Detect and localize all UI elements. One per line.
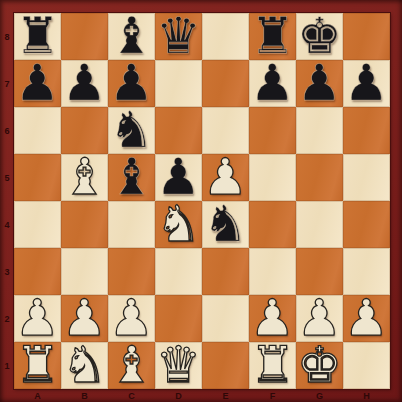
rank-label-4: 4 <box>0 201 14 248</box>
square-c1[interactable]: ♝ <box>108 342 155 389</box>
chess-board: 87654321 ABCDEFGH ♜♝♛♜♚♟♟♟♟♟♟♞♝♝♟♟♞♞♟♟♟♟… <box>0 0 402 402</box>
square-e8[interactable] <box>202 13 249 60</box>
piece-white-pawn-h2: ♟ <box>344 293 389 343</box>
square-d4[interactable]: ♞ <box>155 201 202 248</box>
file-label-h: H <box>343 389 390 402</box>
rank-label-7: 7 <box>0 60 14 107</box>
square-c5[interactable]: ♝ <box>108 154 155 201</box>
square-h7[interactable]: ♟ <box>343 60 390 107</box>
square-g7[interactable]: ♟ <box>296 60 343 107</box>
piece-white-bishop-c1: ♝ <box>109 340 154 390</box>
piece-white-king-g1: ♚ <box>297 340 342 390</box>
square-a7[interactable]: ♟ <box>14 60 61 107</box>
board-grid: ♜♝♛♜♚♟♟♟♟♟♟♞♝♝♟♟♞♞♟♟♟♟♟♟♜♞♝♛♜♚ <box>14 13 390 389</box>
square-d1[interactable]: ♛ <box>155 342 202 389</box>
square-d8[interactable]: ♛ <box>155 13 202 60</box>
square-h4[interactable] <box>343 201 390 248</box>
piece-black-pawn-f7: ♟ <box>250 58 295 108</box>
rank-label-8: 8 <box>0 13 14 60</box>
square-f7[interactable]: ♟ <box>249 60 296 107</box>
square-e7[interactable] <box>202 60 249 107</box>
piece-white-knight-d4: ♞ <box>156 199 201 249</box>
rank-label-6: 6 <box>0 107 14 154</box>
square-d7[interactable] <box>155 60 202 107</box>
square-g4[interactable] <box>296 201 343 248</box>
square-g5[interactable] <box>296 154 343 201</box>
square-a4[interactable] <box>14 201 61 248</box>
square-e4[interactable]: ♞ <box>202 201 249 248</box>
file-label-e: E <box>202 389 249 402</box>
piece-black-queen-d8: ♛ <box>156 11 201 61</box>
square-c4[interactable] <box>108 201 155 248</box>
square-f5[interactable] <box>249 154 296 201</box>
square-e1[interactable] <box>202 342 249 389</box>
square-d3[interactable] <box>155 248 202 295</box>
square-f6[interactable] <box>249 107 296 154</box>
square-e2[interactable] <box>202 295 249 342</box>
square-a6[interactable] <box>14 107 61 154</box>
square-b4[interactable] <box>61 201 108 248</box>
square-h6[interactable] <box>343 107 390 154</box>
piece-black-pawn-h7: ♟ <box>344 58 389 108</box>
square-h5[interactable] <box>343 154 390 201</box>
square-e3[interactable] <box>202 248 249 295</box>
piece-white-rook-a1: ♜ <box>15 340 60 390</box>
square-f4[interactable] <box>249 201 296 248</box>
piece-white-bishop-b5: ♝ <box>62 152 107 202</box>
square-h1[interactable] <box>343 342 390 389</box>
piece-white-queen-d1: ♛ <box>156 340 201 390</box>
square-h2[interactable]: ♟ <box>343 295 390 342</box>
square-f1[interactable]: ♜ <box>249 342 296 389</box>
piece-white-knight-b1: ♞ <box>62 340 107 390</box>
square-a5[interactable] <box>14 154 61 201</box>
square-b7[interactable]: ♟ <box>61 60 108 107</box>
piece-black-knight-e4: ♞ <box>203 199 248 249</box>
rank-labels: 87654321 <box>0 13 14 389</box>
square-g1[interactable]: ♚ <box>296 342 343 389</box>
square-a1[interactable]: ♜ <box>14 342 61 389</box>
piece-black-pawn-g7: ♟ <box>297 58 342 108</box>
square-b1[interactable]: ♞ <box>61 342 108 389</box>
rank-label-2: 2 <box>0 295 14 342</box>
piece-black-bishop-c5: ♝ <box>109 152 154 202</box>
piece-white-rook-f1: ♜ <box>250 340 295 390</box>
piece-black-pawn-b7: ♟ <box>62 58 107 108</box>
square-b5[interactable]: ♝ <box>61 154 108 201</box>
rank-label-1: 1 <box>0 342 14 389</box>
piece-black-pawn-a7: ♟ <box>15 58 60 108</box>
square-g6[interactable] <box>296 107 343 154</box>
rank-label-3: 3 <box>0 248 14 295</box>
rank-label-5: 5 <box>0 154 14 201</box>
